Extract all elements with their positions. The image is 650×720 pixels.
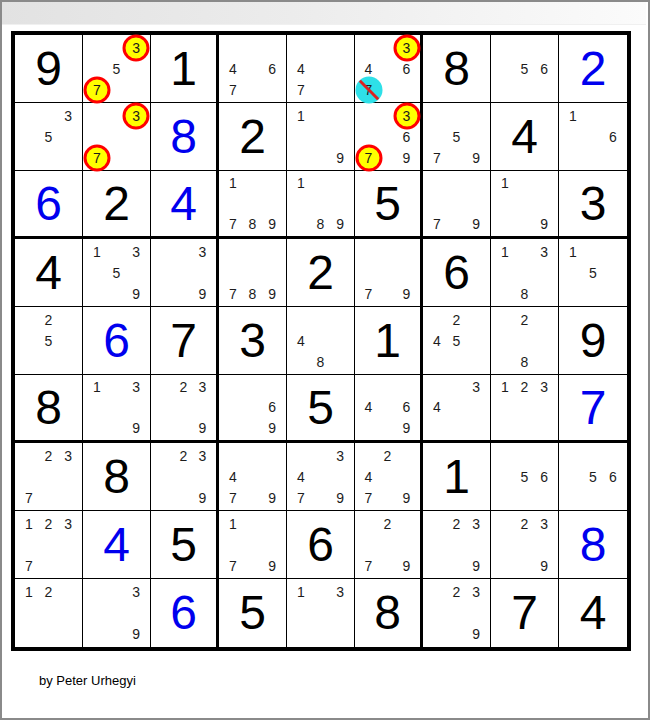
candidate-grid: 179 [219, 511, 286, 578]
candidate-1: 1 [87, 377, 107, 397]
candidate-6: 6 [262, 58, 282, 79]
cell-r9c1[interactable]: 12 [15, 579, 83, 647]
candidate-1: 1 [19, 581, 39, 602]
candidate-2: 2 [174, 445, 193, 466]
candidate-3: 3 [58, 513, 78, 534]
candidate-9: 9 [397, 555, 416, 576]
cell-r2c1[interactable]: 35 [15, 103, 83, 171]
candidate-7: 7 [223, 79, 243, 100]
given-digit: 4 [559, 579, 627, 647]
candidate-6: 6 [534, 466, 554, 487]
cell-r5c6[interactable]: 1 [355, 307, 423, 375]
given-digit: 1 [151, 35, 216, 102]
cell-r8c3[interactable]: 5 [151, 511, 219, 579]
cell-r1c9[interactable]: 2 [559, 35, 627, 103]
cell-r3c5[interactable]: 189 [287, 171, 355, 239]
candidate-9: 9 [193, 283, 212, 304]
cell-r5c7[interactable]: 245 [423, 307, 491, 375]
given-digit: 7 [491, 579, 558, 647]
cell-r3c1[interactable]: 6 [15, 171, 83, 239]
solved-digit: 6 [83, 307, 150, 374]
candidate-3: 3 [330, 581, 350, 602]
cell-r7c3[interactable]: 239 [151, 443, 219, 511]
candidate-9: 9 [397, 147, 416, 168]
cell-r2c4[interactable]: 2 [219, 103, 287, 171]
cell-r3c8[interactable]: 19 [491, 171, 559, 239]
candidate-7: 7 [223, 487, 243, 508]
candidate-4: 4 [291, 466, 311, 487]
cell-r2c3[interactable]: 8 [151, 103, 219, 171]
candidate-7: 7 [291, 487, 311, 508]
given-digit: 3 [559, 171, 627, 236]
cell-r8c6[interactable]: 279 [355, 511, 423, 579]
candidate-2: 2 [378, 445, 397, 466]
candidate-9: 9 [262, 214, 282, 234]
candidate-grid: 2479 [355, 443, 420, 510]
cell-r2c7[interactable]: 579 [423, 103, 491, 171]
cell-r9c7[interactable]: 239 [423, 579, 491, 647]
candidate-9: 9 [262, 487, 282, 508]
candidate-2: 2 [39, 513, 59, 534]
candidate-5: 5 [583, 466, 603, 487]
cell-r6c3[interactable]: 239 [151, 375, 219, 443]
candidate-2: 2 [515, 309, 535, 330]
candidate-7-highlighted: 7 [359, 147, 378, 168]
candidate-9: 9 [330, 147, 350, 168]
candidate-3: 3 [58, 105, 78, 126]
candidate-9: 9 [466, 555, 486, 576]
candidate-grid: 239 [423, 511, 490, 578]
solved-digit: 6 [151, 579, 216, 647]
cell-r7c9[interactable]: 56 [559, 443, 627, 511]
candidate-7: 7 [427, 214, 447, 234]
candidate-3-highlighted: 3 [126, 105, 146, 126]
window-top-bar [2, 2, 646, 25]
candidate-3: 3 [126, 581, 146, 602]
cell-r4c6[interactable]: 79 [355, 239, 423, 307]
candidate-1: 1 [291, 173, 311, 193]
candidate-4: 4 [291, 58, 311, 79]
candidate-grid: 39 [151, 239, 216, 306]
candidate-5: 5 [515, 58, 535, 79]
cell-r5c8[interactable]: 28 [491, 307, 559, 375]
cell-r3c4[interactable]: 1789 [219, 171, 287, 239]
solved-digit: 8 [559, 511, 627, 578]
candidate-grid: 16 [559, 103, 627, 170]
cell-r7c2[interactable]: 8 [83, 443, 151, 511]
candidate-grid: 357 [83, 35, 150, 102]
candidate-6: 6 [262, 397, 282, 417]
candidate-3: 3 [193, 445, 212, 466]
cell-r9c6[interactable]: 8 [355, 579, 423, 647]
candidate-8: 8 [515, 351, 535, 372]
candidate-6: 6 [397, 397, 416, 417]
candidate-6: 6 [397, 126, 416, 147]
cell-r9c9[interactable]: 4 [559, 579, 627, 647]
cell-r1c6[interactable]: 3467 [355, 35, 423, 103]
cell-r6c5[interactable]: 5 [287, 375, 355, 443]
given-digit: 8 [15, 375, 82, 440]
cell-r4c4[interactable]: 789 [219, 239, 287, 307]
candidate-4: 4 [427, 397, 447, 417]
given-digit: 8 [83, 443, 150, 510]
given-digit: 3 [219, 307, 286, 374]
solved-digit: 8 [151, 103, 216, 170]
given-digit: 2 [83, 171, 150, 236]
given-digit: 4 [15, 239, 82, 306]
candidate-7: 7 [359, 555, 378, 576]
candidate-7-highlighted: 7 [359, 79, 378, 100]
app-window: 9357146747346785623537821936795794166241… [0, 0, 650, 720]
candidate-grid: 19 [491, 171, 558, 236]
candidate-grid: 789 [219, 239, 286, 306]
candidate-1: 1 [223, 513, 243, 534]
candidate-3: 3 [193, 377, 212, 397]
candidate-grid: 3467 [355, 35, 420, 102]
candidate-1: 1 [495, 173, 515, 193]
candidate-grid: 245 [423, 307, 490, 374]
candidate-1: 1 [291, 581, 311, 602]
candidate-9: 9 [193, 487, 212, 508]
candidate-9: 9 [534, 555, 554, 576]
candidate-8: 8 [311, 351, 331, 372]
candidate-2: 2 [515, 377, 535, 397]
candidate-grid: 56 [491, 443, 558, 510]
given-digit: 5 [151, 511, 216, 578]
candidate-5: 5 [583, 262, 603, 283]
candidate-1: 1 [223, 173, 243, 193]
candidate-3: 3 [534, 377, 554, 397]
candidate-grid: 39 [83, 579, 150, 647]
candidate-3: 3 [534, 241, 554, 262]
candidate-7: 7 [223, 555, 243, 576]
candidate-9: 9 [397, 418, 416, 438]
candidate-grid: 48 [287, 307, 354, 374]
cell-r5c3[interactable]: 7 [151, 307, 219, 375]
candidate-grid: 37 [83, 103, 150, 170]
candidate-8: 8 [243, 214, 263, 234]
cell-r3c9[interactable]: 3 [559, 171, 627, 239]
cell-r2c5[interactable]: 19 [287, 103, 355, 171]
cell-r4c7[interactable]: 6 [423, 239, 491, 307]
candidate-9: 9 [126, 624, 146, 645]
candidate-2: 2 [39, 445, 59, 466]
candidate-grid: 35 [15, 103, 82, 170]
candidate-grid: 237 [15, 443, 82, 510]
given-digit: 4 [491, 103, 558, 170]
cell-r1c3[interactable]: 1 [151, 35, 219, 103]
given-digit: 9 [15, 35, 82, 102]
candidate-4: 4 [359, 397, 378, 417]
candidate-4: 4 [291, 330, 311, 351]
candidate-3: 3 [58, 445, 78, 466]
cell-r6c7[interactable]: 34 [423, 375, 491, 443]
cell-r6c8[interactable]: 123 [491, 375, 559, 443]
candidate-3: 3 [534, 513, 554, 534]
sudoku-board: 9357146747346785623537821936795794166241… [11, 31, 631, 651]
given-digit: 1 [355, 307, 420, 374]
given-digit: 2 [219, 103, 286, 170]
candidate-grid: 19 [287, 103, 354, 170]
candidate-7: 7 [359, 283, 378, 304]
candidate-grid: 139 [83, 375, 150, 440]
cell-r2c8[interactable]: 4 [491, 103, 559, 171]
cell-r8c7[interactable]: 239 [423, 511, 491, 579]
candidate-grid: 3679 [355, 103, 420, 170]
given-digit: 6 [423, 239, 490, 306]
candidate-7: 7 [359, 487, 378, 508]
cell-r2c2[interactable]: 37 [83, 103, 151, 171]
candidate-3: 3 [126, 377, 146, 397]
cell-r9c2[interactable]: 39 [83, 579, 151, 647]
candidate-9: 9 [397, 487, 416, 508]
cell-r7c5[interactable]: 3479 [287, 443, 355, 511]
candidate-7: 7 [19, 487, 39, 508]
candidate-grid: 79 [355, 239, 420, 306]
cell-r3c6[interactable]: 5 [355, 171, 423, 239]
cell-r6c1[interactable]: 8 [15, 375, 83, 443]
given-digit: 9 [559, 307, 627, 374]
cell-r8c4[interactable]: 179 [219, 511, 287, 579]
cell-r8c8[interactable]: 239 [491, 511, 559, 579]
cell-r5c4[interactable]: 3 [219, 307, 287, 375]
cell-r8c2[interactable]: 4 [83, 511, 151, 579]
given-digit: 5 [355, 171, 420, 236]
solved-digit: 4 [83, 511, 150, 578]
candidate-3: 3 [466, 513, 486, 534]
candidate-4: 4 [359, 58, 378, 79]
candidate-9: 9 [262, 555, 282, 576]
solved-digit: 6 [15, 171, 82, 236]
candidate-9: 9 [397, 283, 416, 304]
candidate-9: 9 [466, 624, 486, 645]
solved-digit: 4 [151, 171, 216, 236]
candidate-5: 5 [447, 126, 467, 147]
candidate-9: 9 [466, 147, 486, 168]
candidate-6: 6 [397, 58, 416, 79]
candidate-9: 9 [262, 283, 282, 304]
candidate-9: 9 [330, 487, 350, 508]
candidate-7: 7 [291, 79, 311, 100]
candidate-1: 1 [291, 105, 311, 126]
candidate-3: 3 [466, 581, 486, 602]
candidate-3-highlighted: 3 [397, 105, 416, 126]
candidate-6: 6 [534, 58, 554, 79]
candidate-8: 8 [311, 214, 331, 234]
cell-r5c9[interactable]: 9 [559, 307, 627, 375]
candidate-8: 8 [515, 283, 535, 304]
cell-r6c4[interactable]: 69 [219, 375, 287, 443]
cell-r7c4[interactable]: 479 [219, 443, 287, 511]
candidate-6: 6 [603, 466, 623, 487]
candidate-grid: 1789 [219, 171, 286, 236]
solved-digit: 7 [559, 375, 627, 440]
cell-r6c2[interactable]: 139 [83, 375, 151, 443]
candidate-9: 9 [534, 214, 554, 234]
candidate-8: 8 [243, 283, 263, 304]
candidate-9: 9 [262, 418, 282, 438]
candidate-grid: 279 [355, 511, 420, 578]
cell-r8c1[interactable]: 1237 [15, 511, 83, 579]
candidate-1: 1 [563, 105, 583, 126]
candidate-3-highlighted: 3 [397, 37, 416, 58]
cell-r1c1[interactable]: 9 [15, 35, 83, 103]
candidate-grid: 12 [15, 579, 82, 647]
candidate-9: 9 [126, 418, 146, 438]
candidate-grid: 15 [559, 239, 627, 306]
cell-r4c5[interactable]: 2 [287, 239, 355, 307]
candidate-grid: 467 [219, 35, 286, 102]
given-digit: 7 [151, 307, 216, 374]
candidate-grid: 239 [423, 579, 490, 647]
candidate-grid: 13 [287, 579, 354, 647]
candidate-grid: 189 [287, 171, 354, 236]
cell-r1c5[interactable]: 47 [287, 35, 355, 103]
candidate-1: 1 [87, 241, 107, 262]
candidate-4: 4 [223, 58, 243, 79]
candidate-1: 1 [495, 241, 515, 262]
given-digit: 2 [287, 239, 354, 306]
candidate-9: 9 [466, 214, 486, 234]
candidate-grid: 56 [559, 443, 627, 510]
cell-r1c2[interactable]: 357 [83, 35, 151, 103]
candidate-3: 3 [126, 241, 146, 262]
candidate-2: 2 [447, 581, 467, 602]
given-digit: 1 [423, 443, 490, 510]
cell-r5c2[interactable]: 6 [83, 307, 151, 375]
candidate-7-highlighted: 7 [87, 147, 107, 168]
cell-r2c9[interactable]: 16 [559, 103, 627, 171]
candidate-4: 4 [223, 466, 243, 487]
candidate-5: 5 [515, 466, 535, 487]
candidate-7: 7 [427, 147, 447, 168]
candidate-grid: 239 [151, 443, 216, 510]
cell-r7c8[interactable]: 56 [491, 443, 559, 511]
candidate-7: 7 [223, 283, 243, 304]
cell-r5c5[interactable]: 48 [287, 307, 355, 375]
candidate-3: 3 [330, 445, 350, 466]
cell-r9c5[interactable]: 13 [287, 579, 355, 647]
cell-r3c3[interactable]: 4 [151, 171, 219, 239]
cell-r3c2[interactable]: 2 [83, 171, 151, 239]
candidate-7: 7 [19, 555, 39, 576]
candidate-grid: 479 [219, 443, 286, 510]
candidate-grid: 79 [423, 171, 490, 236]
candidate-2: 2 [447, 513, 467, 534]
candidate-grid: 579 [423, 103, 490, 170]
cell-r7c1[interactable]: 237 [15, 443, 83, 511]
candidate-5: 5 [447, 330, 467, 351]
candidate-grid: 56 [491, 35, 558, 102]
candidate-grid: 1359 [83, 239, 150, 306]
candidate-3: 3 [466, 377, 486, 397]
candidate-9: 9 [193, 418, 212, 438]
cell-r1c8[interactable]: 56 [491, 35, 559, 103]
candidate-2: 2 [447, 309, 467, 330]
candidate-9: 9 [126, 283, 146, 304]
candidate-grid: 239 [151, 375, 216, 440]
cell-r9c4[interactable]: 5 [219, 579, 287, 647]
cell-r6c9[interactable]: 7 [559, 375, 627, 443]
author-credit: by Peter Urhegyi [39, 673, 136, 688]
candidate-1: 1 [495, 377, 515, 397]
candidate-grid: 47 [287, 35, 354, 102]
candidate-2: 2 [174, 377, 193, 397]
cell-r4c9[interactable]: 15 [559, 239, 627, 307]
candidate-grid: 138 [491, 239, 558, 306]
candidate-2: 2 [39, 309, 59, 330]
candidate-grid: 239 [491, 511, 558, 578]
cell-r7c6[interactable]: 2479 [355, 443, 423, 511]
given-digit: 6 [287, 511, 354, 578]
candidate-5: 5 [39, 330, 59, 351]
candidate-grid: 25 [15, 307, 82, 374]
solved-digit: 2 [559, 35, 627, 102]
candidate-2: 2 [378, 513, 397, 534]
cell-r1c7[interactable]: 8 [423, 35, 491, 103]
cell-r4c3[interactable]: 39 [151, 239, 219, 307]
candidate-1: 1 [563, 241, 583, 262]
candidate-9: 9 [330, 214, 350, 234]
candidate-2: 2 [515, 513, 535, 534]
candidate-grid: 1237 [15, 511, 82, 578]
candidate-1: 1 [19, 513, 39, 534]
candidate-6: 6 [603, 126, 623, 147]
candidate-5: 5 [107, 262, 127, 283]
cell-r5c1[interactable]: 25 [15, 307, 83, 375]
candidate-5: 5 [107, 58, 127, 79]
candidate-5: 5 [39, 126, 59, 147]
cell-r8c9[interactable]: 8 [559, 511, 627, 579]
candidate-4: 4 [359, 466, 378, 487]
candidate-2: 2 [39, 581, 59, 602]
candidate-7: 7 [223, 214, 243, 234]
candidate-3: 3 [193, 241, 212, 262]
candidate-7-highlighted: 7 [87, 79, 107, 100]
candidate-4: 4 [427, 330, 447, 351]
given-digit: 8 [423, 35, 490, 102]
cell-r7c7[interactable]: 1 [423, 443, 491, 511]
given-digit: 5 [219, 579, 286, 647]
candidate-grid: 123 [491, 375, 558, 440]
candidate-grid: 28 [491, 307, 558, 374]
candidate-3-highlighted: 3 [126, 37, 146, 58]
candidate-grid: 34 [423, 375, 490, 440]
cell-r9c3[interactable]: 6 [151, 579, 219, 647]
cell-r4c1[interactable]: 4 [15, 239, 83, 307]
candidate-grid: 3479 [287, 443, 354, 510]
cell-r4c2[interactable]: 1359 [83, 239, 151, 307]
candidate-grid: 469 [355, 375, 420, 440]
cell-r8c5[interactable]: 6 [287, 511, 355, 579]
given-digit: 5 [287, 375, 354, 440]
cell-r4c8[interactable]: 138 [491, 239, 559, 307]
cell-r2c6[interactable]: 3679 [355, 103, 423, 171]
given-digit: 8 [355, 579, 420, 647]
cell-r3c7[interactable]: 79 [423, 171, 491, 239]
cell-r6c6[interactable]: 469 [355, 375, 423, 443]
candidate-grid: 69 [219, 375, 286, 440]
cell-r1c4[interactable]: 467 [219, 35, 287, 103]
cell-r9c8[interactable]: 7 [491, 579, 559, 647]
